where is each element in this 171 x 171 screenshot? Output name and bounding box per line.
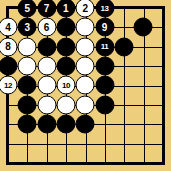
stone-black[interactable] (56, 37, 75, 56)
stone-white-move-6[interactable]: 6 (37, 18, 56, 37)
stone-white[interactable] (76, 56, 95, 75)
stone-white[interactable] (18, 37, 37, 56)
stone-white[interactable] (76, 18, 95, 37)
stone-black[interactable] (95, 76, 114, 95)
stone-white-move-10[interactable]: 10 (56, 76, 75, 95)
stone-white[interactable] (18, 56, 37, 75)
stone-white[interactable] (76, 37, 95, 56)
stone-white[interactable] (76, 95, 95, 114)
stone-black[interactable] (0, 56, 18, 75)
stone-black-move-3[interactable]: 3 (18, 18, 37, 37)
stone-black-move-11[interactable]: 11 (95, 37, 114, 56)
stone-black[interactable] (76, 114, 95, 133)
stone-black[interactable] (18, 114, 37, 133)
stone-black[interactable] (37, 37, 56, 56)
stone-black-move-7[interactable]: 7 (37, 0, 56, 18)
stone-black-move-1[interactable]: 1 (56, 0, 75, 18)
go-board[interactable]: 57121343698111210 (0, 0, 171, 171)
stone-white-move-12[interactable]: 12 (0, 76, 18, 95)
stone-black[interactable] (114, 37, 133, 56)
stone-white[interactable] (37, 95, 56, 114)
stone-black[interactable] (56, 56, 75, 75)
stone-white[interactable] (56, 95, 75, 114)
stone-black[interactable] (95, 56, 114, 75)
stone-white[interactable] (76, 76, 95, 95)
stone-white[interactable] (37, 56, 56, 75)
stone-black[interactable] (56, 114, 75, 133)
stone-black-move-9[interactable]: 9 (95, 18, 114, 37)
stone-black-move-13[interactable]: 13 (95, 0, 114, 18)
stone-black[interactable] (18, 76, 37, 95)
stone-black[interactable] (37, 114, 56, 133)
stone-black[interactable] (18, 95, 37, 114)
stone-white-move-4[interactable]: 4 (0, 18, 18, 37)
stones-layer: 57121343698111210 (0, 0, 171, 171)
stone-black-move-5[interactable]: 5 (18, 0, 37, 18)
stone-black[interactable] (56, 18, 75, 37)
stone-white-move-2[interactable]: 2 (76, 0, 95, 18)
stone-black[interactable] (95, 95, 114, 114)
stone-white-move-8[interactable]: 8 (0, 37, 18, 56)
stone-black[interactable] (134, 18, 153, 37)
stone-white[interactable] (37, 76, 56, 95)
